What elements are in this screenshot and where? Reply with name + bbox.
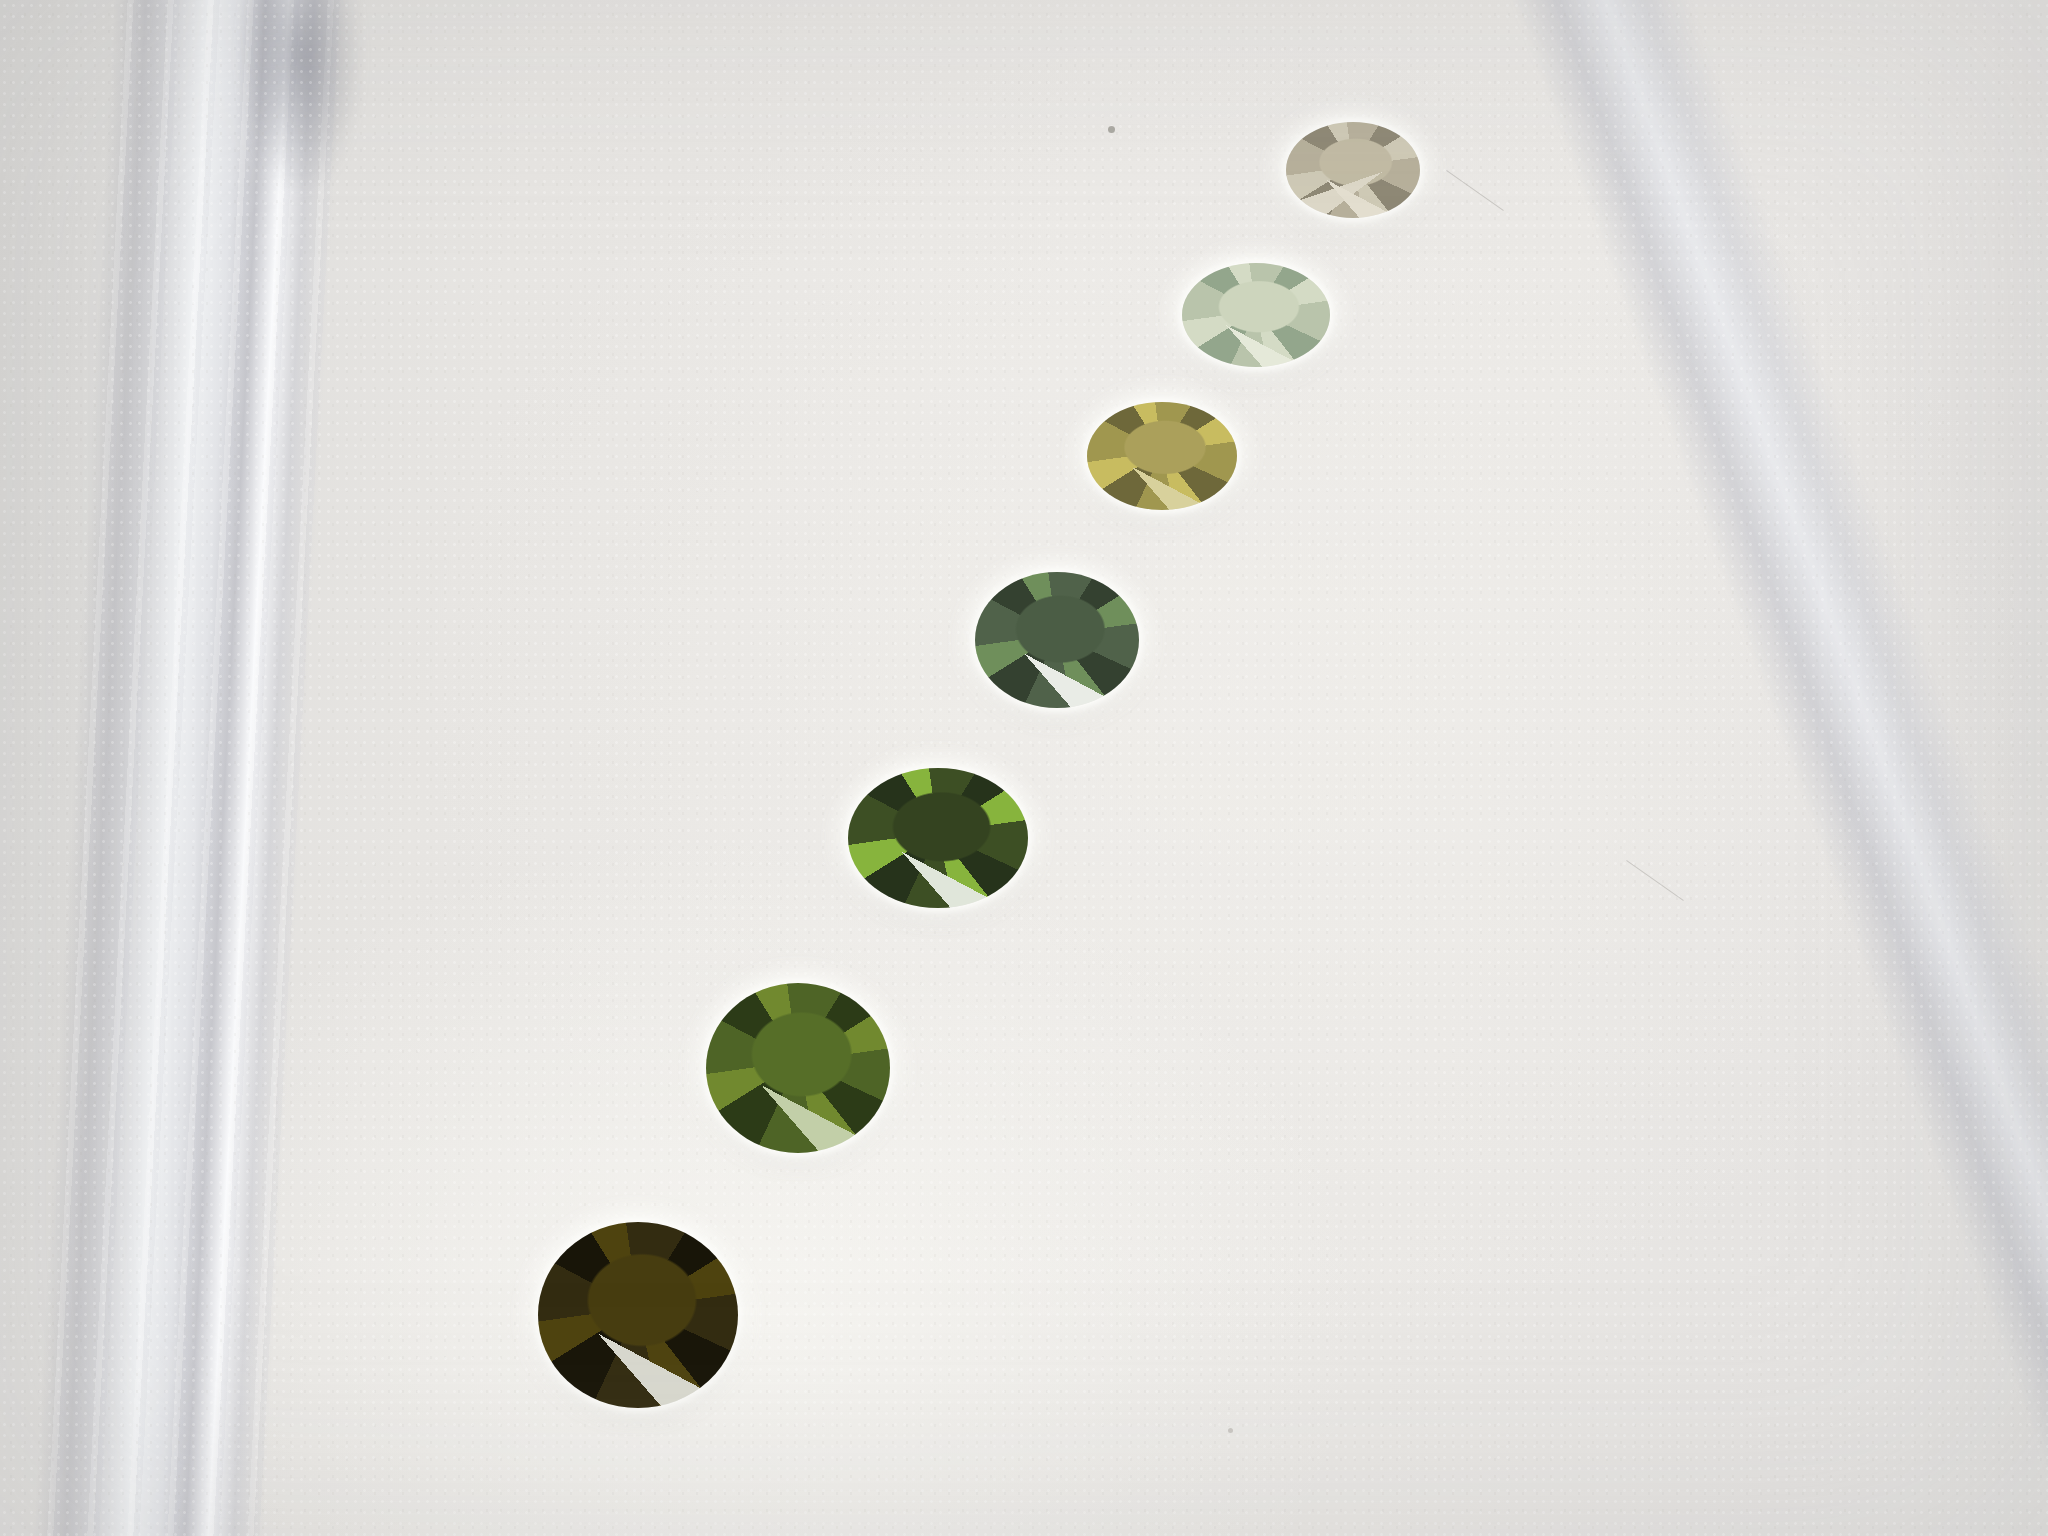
gem-5 <box>848 768 1028 908</box>
gem-4 <box>975 572 1139 708</box>
gems-layer <box>0 0 2048 1536</box>
gem-6 <box>706 983 890 1153</box>
dust-speck-2 <box>1228 1428 1233 1433</box>
gem-3 <box>1087 402 1237 510</box>
gem-2 <box>1182 263 1330 367</box>
gem-case-photo <box>0 0 2048 1536</box>
stray-fiber-1 <box>1446 170 1504 211</box>
gem-1 <box>1286 122 1420 218</box>
stray-fiber-2 <box>1626 860 1684 901</box>
gem-7 <box>538 1222 738 1408</box>
dust-speck-1 <box>1108 126 1115 133</box>
